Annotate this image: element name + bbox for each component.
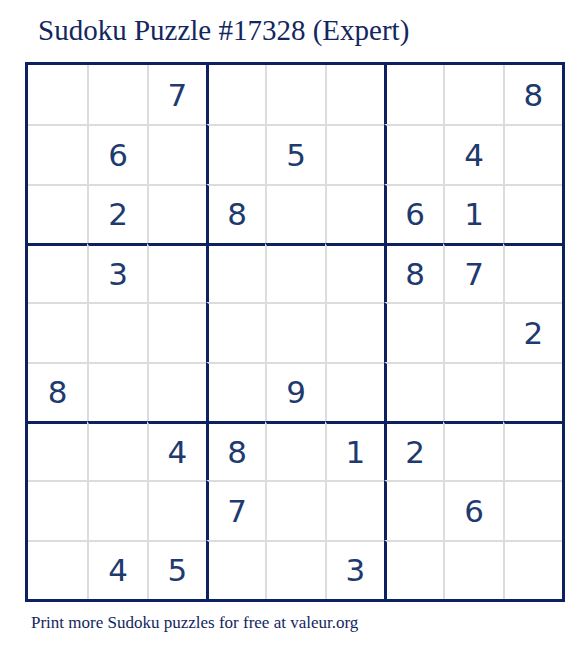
- sudoku-cell-r4c1: [28, 243, 87, 302]
- footer-text: Print more Sudoku puzzles for free at va…: [31, 613, 358, 633]
- page-title: Sudoku Puzzle #17328 (Expert): [38, 14, 409, 47]
- sudoku-cell-r6c3: [147, 362, 206, 421]
- sudoku-cell-r1c6: [325, 65, 384, 124]
- sudoku-cell-r4c3: [147, 243, 206, 302]
- sudoku-cell-r4c6: [325, 243, 384, 302]
- sudoku-cell-r9c4: [206, 540, 265, 599]
- sudoku-cell-r1c7: [384, 65, 443, 124]
- sudoku-cell-r4c5: [265, 243, 324, 302]
- sudoku-cell-r2c4: [206, 124, 265, 183]
- sudoku-cell-r4c8: 7: [443, 243, 502, 302]
- sudoku-cell-r1c4: [206, 65, 265, 124]
- sudoku-cell-r9c5: [265, 540, 324, 599]
- sudoku-cell-r8c6: [325, 480, 384, 539]
- sudoku-cell-r6c1: 8: [28, 362, 87, 421]
- sudoku-cell-r3c3: [147, 184, 206, 243]
- sudoku-cell-r9c1: [28, 540, 87, 599]
- sudoku-cell-r9c9: [503, 540, 562, 599]
- sudoku-cell-r9c3: 5: [147, 540, 206, 599]
- sudoku-cell-r2c2: 6: [87, 124, 146, 183]
- sudoku-cell-r1c1: [28, 65, 87, 124]
- sudoku-cell-r6c4: [206, 362, 265, 421]
- sudoku-cell-r3c2: 2: [87, 184, 146, 243]
- sudoku-cell-r9c7: [384, 540, 443, 599]
- sudoku-cell-r5c7: [384, 302, 443, 361]
- sudoku-cell-r4c2: 3: [87, 243, 146, 302]
- sudoku-cell-r1c5: [265, 65, 324, 124]
- sudoku-cell-r7c3: 4: [147, 421, 206, 480]
- sudoku-cell-r2c5: 5: [265, 124, 324, 183]
- sudoku-cell-r8c1: [28, 480, 87, 539]
- sudoku-cell-r7c9: [503, 421, 562, 480]
- sudoku-cell-r8c7: [384, 480, 443, 539]
- sudoku-cell-r5c8: [443, 302, 502, 361]
- sudoku-cell-r8c5: [265, 480, 324, 539]
- sudoku-cell-r1c2: [87, 65, 146, 124]
- sudoku-cell-r9c8: [443, 540, 502, 599]
- sudoku-cell-r3c6: [325, 184, 384, 243]
- sudoku-cell-r6c9: [503, 362, 562, 421]
- sudoku-cell-r3c7: 6: [384, 184, 443, 243]
- sudoku-cell-r3c5: [265, 184, 324, 243]
- sudoku-cell-r5c6: [325, 302, 384, 361]
- sudoku-cell-r2c3: [147, 124, 206, 183]
- sudoku-cell-r4c9: [503, 243, 562, 302]
- sudoku-cell-r5c3: [147, 302, 206, 361]
- sudoku-cell-r4c4: [206, 243, 265, 302]
- sudoku-cell-r7c2: [87, 421, 146, 480]
- sudoku-cell-r7c8: [443, 421, 502, 480]
- sudoku-cell-r2c6: [325, 124, 384, 183]
- sudoku-cell-r3c9: [503, 184, 562, 243]
- sudoku-cell-r2c7: [384, 124, 443, 183]
- sudoku-cell-r5c4: [206, 302, 265, 361]
- sudoku-cell-r1c9: 8: [503, 65, 562, 124]
- sudoku-cell-r8c8: 6: [443, 480, 502, 539]
- sudoku-cell-r5c1: [28, 302, 87, 361]
- sudoku-cell-r2c1: [28, 124, 87, 183]
- sudoku-cell-r6c7: [384, 362, 443, 421]
- sudoku-cell-r7c7: 2: [384, 421, 443, 480]
- sudoku-cell-r1c3: 7: [147, 65, 206, 124]
- sudoku-cell-r7c5: [265, 421, 324, 480]
- sudoku-cell-r5c9: 2: [503, 302, 562, 361]
- sudoku-cell-r7c6: 1: [325, 421, 384, 480]
- sudoku-cell-r9c6: 3: [325, 540, 384, 599]
- sudoku-board: 786542861387289481276453: [25, 62, 565, 602]
- sudoku-cell-r8c4: 7: [206, 480, 265, 539]
- sudoku-cell-r5c5: [265, 302, 324, 361]
- sudoku-cell-r8c3: [147, 480, 206, 539]
- sudoku-cell-r5c2: [87, 302, 146, 361]
- sudoku-cell-r6c6: [325, 362, 384, 421]
- sudoku-cell-r7c4: 8: [206, 421, 265, 480]
- sudoku-cell-r6c2: [87, 362, 146, 421]
- sudoku-page: Sudoku Puzzle #17328 (Expert) 7865428613…: [0, 0, 580, 651]
- sudoku-cell-r8c9: [503, 480, 562, 539]
- sudoku-cell-r1c8: [443, 65, 502, 124]
- sudoku-cell-r6c8: [443, 362, 502, 421]
- sudoku-cell-r8c2: [87, 480, 146, 539]
- sudoku-cell-r6c5: 9: [265, 362, 324, 421]
- sudoku-cell-r9c2: 4: [87, 540, 146, 599]
- sudoku-cell-r3c4: 8: [206, 184, 265, 243]
- sudoku-cell-r4c7: 8: [384, 243, 443, 302]
- sudoku-cell-r3c1: [28, 184, 87, 243]
- sudoku-cell-r7c1: [28, 421, 87, 480]
- sudoku-cell-r3c8: 1: [443, 184, 502, 243]
- sudoku-cell-r2c9: [503, 124, 562, 183]
- sudoku-cell-r2c8: 4: [443, 124, 502, 183]
